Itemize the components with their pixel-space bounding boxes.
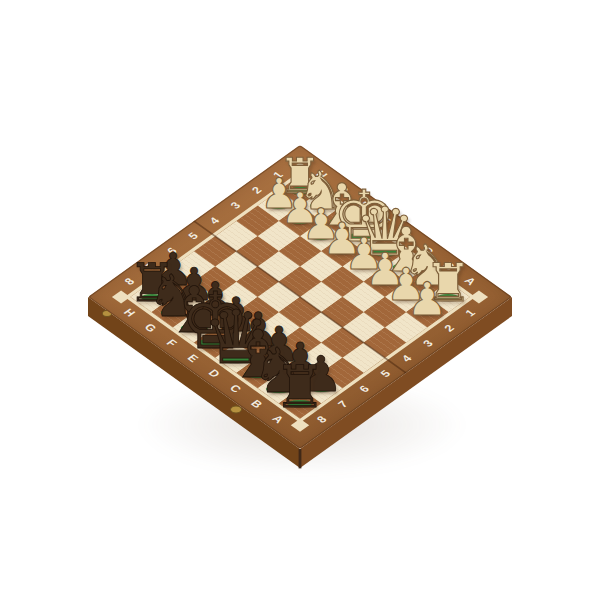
maple-corner-block — [470, 290, 488, 303]
rank-label-right-3: 3 — [420, 337, 436, 349]
piece-white-pawn-a2: ♟ — [406, 276, 447, 322]
brass-clasp — [231, 406, 242, 413]
rank-label-left-4: 4 — [206, 215, 222, 227]
rank-label-right-4: 4 — [399, 353, 415, 365]
board-corner-edge — [299, 449, 302, 468]
rank-label-left-5: 5 — [185, 230, 201, 242]
rank-label-left-3: 3 — [228, 199, 244, 211]
rank-label-right-5: 5 — [378, 368, 394, 380]
piece-black-rook-a8: ♜ — [274, 358, 326, 416]
product-photo: 11HH22GG33FF44EE55DD66CC77BB88AA ♜♞♝♛♚♝♞… — [0, 0, 600, 600]
rank-label-right-6: 6 — [356, 383, 372, 395]
